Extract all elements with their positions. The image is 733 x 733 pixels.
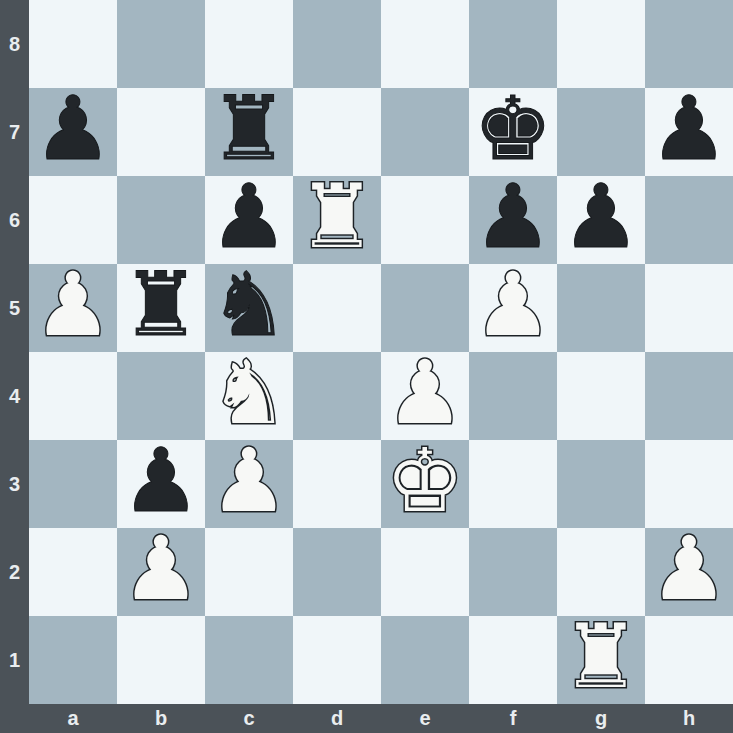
square-e5[interactable]: [381, 264, 469, 352]
square-f7[interactable]: ♚: [469, 88, 557, 176]
square-b4[interactable]: [117, 352, 205, 440]
white-pawn-icon[interactable]: ♟: [474, 261, 553, 349]
white-knight-icon[interactable]: ♞: [210, 349, 289, 437]
square-h7[interactable]: ♟: [645, 88, 733, 176]
black-rook-icon[interactable]: ♜: [210, 85, 289, 173]
square-b5[interactable]: ♜: [117, 264, 205, 352]
square-d4[interactable]: [293, 352, 381, 440]
file-label-e: e: [381, 704, 469, 733]
square-a4[interactable]: [29, 352, 117, 440]
rank-label-4: 4: [0, 352, 29, 440]
square-f2[interactable]: [469, 528, 557, 616]
rank-labels: 87654321: [0, 0, 29, 704]
square-a7[interactable]: ♟: [29, 88, 117, 176]
white-king-icon[interactable]: ♚: [386, 437, 465, 525]
square-h3[interactable]: [645, 440, 733, 528]
white-rook-icon[interactable]: ♜: [298, 173, 377, 261]
square-g7[interactable]: [557, 88, 645, 176]
square-c4[interactable]: ♞: [205, 352, 293, 440]
square-b6[interactable]: [117, 176, 205, 264]
square-f4[interactable]: [469, 352, 557, 440]
square-g4[interactable]: [557, 352, 645, 440]
white-rook-icon[interactable]: ♜: [562, 613, 641, 701]
square-e2[interactable]: [381, 528, 469, 616]
square-g3[interactable]: [557, 440, 645, 528]
square-e4[interactable]: ♟: [381, 352, 469, 440]
rank-label-8: 8: [0, 0, 29, 88]
square-b7[interactable]: [117, 88, 205, 176]
square-a6[interactable]: [29, 176, 117, 264]
square-e3[interactable]: ♚: [381, 440, 469, 528]
file-label-b: b: [117, 704, 205, 733]
square-b2[interactable]: ♟: [117, 528, 205, 616]
square-d5[interactable]: [293, 264, 381, 352]
square-g6[interactable]: ♟: [557, 176, 645, 264]
black-pawn-icon[interactable]: ♟: [210, 173, 289, 261]
file-label-d: d: [293, 704, 381, 733]
square-a3[interactable]: [29, 440, 117, 528]
square-f1[interactable]: [469, 616, 557, 704]
black-rook-icon[interactable]: ♜: [122, 261, 201, 349]
square-g1[interactable]: ♜: [557, 616, 645, 704]
file-labels: abcdefgh: [29, 704, 733, 733]
white-pawn-icon[interactable]: ♟: [650, 525, 729, 613]
square-c7[interactable]: ♜: [205, 88, 293, 176]
square-e7[interactable]: [381, 88, 469, 176]
square-f3[interactable]: [469, 440, 557, 528]
square-a5[interactable]: ♟: [29, 264, 117, 352]
square-b3[interactable]: ♟: [117, 440, 205, 528]
square-g5[interactable]: [557, 264, 645, 352]
black-pawn-icon[interactable]: ♟: [474, 173, 553, 261]
black-pawn-icon[interactable]: ♟: [122, 437, 201, 525]
square-c5[interactable]: ♞: [205, 264, 293, 352]
file-label-c: c: [205, 704, 293, 733]
white-pawn-icon[interactable]: ♟: [210, 437, 289, 525]
square-h2[interactable]: ♟: [645, 528, 733, 616]
square-h6[interactable]: [645, 176, 733, 264]
black-knight-icon[interactable]: ♞: [210, 261, 289, 349]
square-a1[interactable]: [29, 616, 117, 704]
white-pawn-icon[interactable]: ♟: [386, 349, 465, 437]
white-pawn-icon[interactable]: ♟: [34, 261, 113, 349]
white-pawn-icon[interactable]: ♟: [122, 525, 201, 613]
square-d7[interactable]: [293, 88, 381, 176]
square-f8[interactable]: [469, 0, 557, 88]
rank-label-2: 2: [0, 528, 29, 616]
square-a8[interactable]: [29, 0, 117, 88]
square-h1[interactable]: [645, 616, 733, 704]
square-e6[interactable]: [381, 176, 469, 264]
square-b1[interactable]: [117, 616, 205, 704]
file-label-g: g: [557, 704, 645, 733]
rank-label-1: 1: [0, 616, 29, 704]
square-d8[interactable]: [293, 0, 381, 88]
square-f5[interactable]: ♟: [469, 264, 557, 352]
square-c6[interactable]: ♟: [205, 176, 293, 264]
square-c3[interactable]: ♟: [205, 440, 293, 528]
square-c2[interactable]: [205, 528, 293, 616]
square-f6[interactable]: ♟: [469, 176, 557, 264]
square-g2[interactable]: [557, 528, 645, 616]
square-c1[interactable]: [205, 616, 293, 704]
square-b8[interactable]: [117, 0, 205, 88]
square-a2[interactable]: [29, 528, 117, 616]
square-g8[interactable]: [557, 0, 645, 88]
square-e1[interactable]: [381, 616, 469, 704]
square-c8[interactable]: [205, 0, 293, 88]
black-pawn-icon[interactable]: ♟: [562, 173, 641, 261]
square-e8[interactable]: [381, 0, 469, 88]
black-king-icon[interactable]: ♚: [474, 85, 553, 173]
board: ♟♜♚♟♟♜♟♟♟♜♞♟♞♟♟♟♚♟♟♜: [29, 0, 733, 704]
file-label-a: a: [29, 704, 117, 733]
square-d3[interactable]: [293, 440, 381, 528]
black-pawn-icon[interactable]: ♟: [34, 85, 113, 173]
square-d6[interactable]: ♜: [293, 176, 381, 264]
rank-label-7: 7: [0, 88, 29, 176]
rank-label-3: 3: [0, 440, 29, 528]
chess-diagram: 87654321 ♟♜♚♟♟♜♟♟♟♜♞♟♞♟♟♟♚♟♟♜ abcdefgh: [0, 0, 733, 733]
square-d2[interactable]: [293, 528, 381, 616]
black-pawn-icon[interactable]: ♟: [650, 85, 729, 173]
square-h8[interactable]: [645, 0, 733, 88]
rank-label-5: 5: [0, 264, 29, 352]
square-h5[interactable]: [645, 264, 733, 352]
square-h4[interactable]: [645, 352, 733, 440]
rank-label-6: 6: [0, 176, 29, 264]
file-label-f: f: [469, 704, 557, 733]
file-label-h: h: [645, 704, 733, 733]
square-d1[interactable]: [293, 616, 381, 704]
